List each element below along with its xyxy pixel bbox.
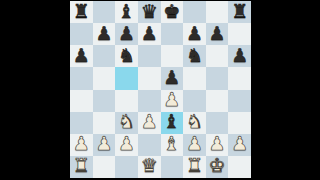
- white-knight: ♞: [186, 112, 203, 131]
- square-f2[interactable]: ♟: [183, 134, 206, 156]
- square-d3[interactable]: ♟: [138, 112, 161, 134]
- square-e1[interactable]: [161, 156, 184, 178]
- square-d7[interactable]: ♟: [138, 23, 161, 45]
- white-knight: ♞: [118, 112, 135, 131]
- square-h3[interactable]: [228, 112, 251, 134]
- white-pawn: ♟: [209, 134, 226, 153]
- square-b5[interactable]: [93, 67, 116, 89]
- square-b8[interactable]: [93, 1, 116, 23]
- chess-board: ♜♝♛♚♜♟♟♟♟♟♟♞♞♟♟♟♞♟♝♞♟♟♟♝♟♟♟♜♛♜♚: [70, 1, 251, 178]
- square-g5[interactable]: [206, 67, 229, 89]
- square-c7[interactable]: ♟: [115, 23, 138, 45]
- square-f6[interactable]: ♞: [183, 45, 206, 67]
- square-h7[interactable]: [228, 23, 251, 45]
- letterbox-right: [251, 0, 320, 180]
- square-h2[interactable]: ♟: [228, 134, 251, 156]
- square-g6[interactable]: [206, 45, 229, 67]
- black-pawn: ♟: [186, 24, 203, 43]
- square-g1[interactable]: ♚: [206, 156, 229, 178]
- square-d2[interactable]: [138, 134, 161, 156]
- square-a7[interactable]: [70, 23, 93, 45]
- white-pawn: ♟: [118, 134, 135, 153]
- black-rook: ♜: [231, 2, 248, 21]
- square-d4[interactable]: [138, 90, 161, 112]
- square-b3[interactable]: [93, 112, 116, 134]
- square-e7[interactable]: [161, 23, 184, 45]
- square-e6[interactable]: [161, 45, 184, 67]
- square-e5[interactable]: ♟: [161, 67, 184, 89]
- square-a1[interactable]: ♜: [70, 156, 93, 178]
- square-g8[interactable]: [206, 1, 229, 23]
- square-f8[interactable]: [183, 1, 206, 23]
- white-pawn: ♟: [95, 134, 112, 153]
- white-king: ♚: [209, 156, 226, 175]
- square-f3[interactable]: ♞: [183, 112, 206, 134]
- square-b2[interactable]: ♟: [93, 134, 116, 156]
- white-pawn: ♟: [73, 134, 90, 153]
- square-f1[interactable]: ♜: [183, 156, 206, 178]
- square-g2[interactable]: ♟: [206, 134, 229, 156]
- square-e4[interactable]: ♟: [161, 90, 184, 112]
- video-frame: ♜♝♛♚♜♟♟♟♟♟♟♞♞♟♟♟♞♟♝♞♟♟♟♝♟♟♟♜♛♜♚: [0, 0, 320, 180]
- square-d1[interactable]: ♛: [138, 156, 161, 178]
- white-pawn: ♟: [231, 134, 248, 153]
- square-a8[interactable]: ♜: [70, 1, 93, 23]
- black-bishop: ♝: [163, 112, 180, 131]
- square-e3[interactable]: ♝: [161, 112, 184, 134]
- square-f5[interactable]: [183, 67, 206, 89]
- square-c2[interactable]: ♟: [115, 134, 138, 156]
- black-knight: ♞: [118, 46, 135, 65]
- square-h4[interactable]: [228, 90, 251, 112]
- square-b6[interactable]: [93, 45, 116, 67]
- square-a4[interactable]: [70, 90, 93, 112]
- square-h1[interactable]: [228, 156, 251, 178]
- black-pawn: ♟: [95, 24, 112, 43]
- black-knight: ♞: [186, 46, 203, 65]
- square-f4[interactable]: [183, 90, 206, 112]
- square-h5[interactable]: [228, 67, 251, 89]
- letterbox-left: [0, 0, 70, 180]
- white-pawn: ♟: [141, 112, 158, 131]
- black-pawn: ♟: [163, 68, 180, 87]
- square-h8[interactable]: ♜: [228, 1, 251, 23]
- square-a3[interactable]: [70, 112, 93, 134]
- black-pawn: ♟: [73, 46, 90, 65]
- square-f7[interactable]: ♟: [183, 23, 206, 45]
- square-e8[interactable]: ♚: [161, 1, 184, 23]
- white-bishop: ♝: [163, 134, 180, 153]
- white-pawn: ♟: [186, 134, 203, 153]
- square-d8[interactable]: ♛: [138, 1, 161, 23]
- white-queen: ♛: [141, 156, 158, 175]
- square-c6[interactable]: ♞: [115, 45, 138, 67]
- square-d5[interactable]: [138, 67, 161, 89]
- square-c3[interactable]: ♞: [115, 112, 138, 134]
- square-c5[interactable]: [115, 67, 138, 89]
- black-pawn: ♟: [209, 24, 226, 43]
- square-e2[interactable]: ♝: [161, 134, 184, 156]
- black-king: ♚: [163, 2, 180, 21]
- square-b4[interactable]: [93, 90, 116, 112]
- square-g7[interactable]: ♟: [206, 23, 229, 45]
- square-c8[interactable]: ♝: [115, 1, 138, 23]
- square-a2[interactable]: ♟: [70, 134, 93, 156]
- square-d6[interactable]: [138, 45, 161, 67]
- square-g3[interactable]: [206, 112, 229, 134]
- black-bishop: ♝: [118, 2, 135, 21]
- square-c4[interactable]: [115, 90, 138, 112]
- black-rook: ♜: [73, 2, 90, 21]
- square-b7[interactable]: ♟: [93, 23, 116, 45]
- black-queen: ♛: [141, 2, 158, 21]
- white-pawn: ♟: [163, 90, 180, 109]
- square-c1[interactable]: [115, 156, 138, 178]
- white-rook: ♜: [186, 156, 203, 175]
- square-g4[interactable]: [206, 90, 229, 112]
- black-pawn: ♟: [231, 46, 248, 65]
- white-rook: ♜: [73, 156, 90, 175]
- black-pawn: ♟: [118, 24, 135, 43]
- square-a5[interactable]: [70, 67, 93, 89]
- black-pawn: ♟: [141, 24, 158, 43]
- square-h6[interactable]: ♟: [228, 45, 251, 67]
- square-a6[interactable]: ♟: [70, 45, 93, 67]
- square-b1[interactable]: [93, 156, 116, 178]
